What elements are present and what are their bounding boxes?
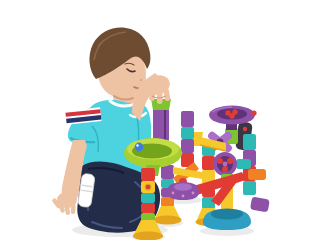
bowl-marble-shine (136, 144, 138, 146)
wheel-marble (227, 158, 233, 164)
funnel-marble (229, 113, 235, 119)
blue-base-top (211, 209, 243, 220)
base-dot (192, 192, 195, 195)
blue-base (203, 209, 251, 231)
trumpet-foot-rim (154, 216, 182, 225)
funnel-knob (251, 110, 256, 115)
segment (141, 213, 155, 221)
nostril (140, 79, 142, 81)
scene-canvas (40, 16, 270, 240)
window-marble (146, 185, 151, 190)
orange-elbow (248, 169, 266, 180)
segment (181, 127, 194, 139)
purple-base-top (174, 183, 192, 191)
wheel-marble (217, 158, 223, 164)
segment (141, 193, 155, 203)
segment (181, 111, 194, 127)
segment (161, 165, 174, 179)
bowl-marble (135, 143, 144, 152)
wheel-marble (222, 166, 228, 172)
drop-tube (151, 99, 171, 142)
segment (161, 197, 174, 207)
segment (243, 134, 256, 150)
segment (141, 203, 155, 213)
segment (243, 181, 256, 195)
base-dot (172, 192, 175, 195)
wheel-axle (236, 159, 251, 169)
photo-boy-marble-run (40, 16, 270, 240)
drop-tube-body (153, 108, 169, 142)
dark-gear-dot (243, 127, 247, 131)
segment (181, 139, 194, 153)
left-finger-4 (71, 204, 76, 214)
wheel-hub (223, 162, 228, 167)
base-dot (182, 195, 185, 198)
segment (141, 168, 155, 181)
